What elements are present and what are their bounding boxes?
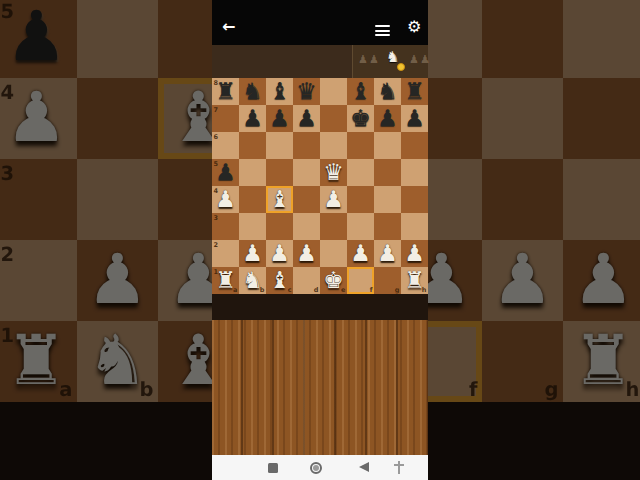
ghost-pawn-icon: ♟ xyxy=(409,54,419,65)
bg-square-h3 xyxy=(563,159,640,240)
ghost-pawn-icon: ♟ xyxy=(369,54,379,65)
square-e3[interactable] xyxy=(320,213,347,240)
white-bishop: ♝ xyxy=(266,186,293,213)
square-c6[interactable] xyxy=(266,132,293,159)
bg-square-h1: h♜ xyxy=(563,321,640,402)
square-e5[interactable]: ♛ xyxy=(320,159,347,186)
bg-white-pawn: ♟ xyxy=(482,240,563,321)
black-pawn: ♟ xyxy=(266,105,293,132)
white-pawn: ♟ xyxy=(239,240,266,267)
white-pawn: ♟ xyxy=(374,240,401,267)
square-d2[interactable]: ♟ xyxy=(293,240,320,267)
square-h1[interactable]: h♜ xyxy=(401,267,428,294)
black-bishop: ♝ xyxy=(347,78,374,105)
back-triangle-icon[interactable] xyxy=(359,462,369,472)
recents-square-icon[interactable] xyxy=(268,463,278,473)
bg-square-b5 xyxy=(77,0,158,78)
white-pawn: ♟ xyxy=(347,240,374,267)
square-f3[interactable] xyxy=(347,213,374,240)
back-arrow-icon[interactable]: ← xyxy=(222,19,235,35)
black-bishop: ♝ xyxy=(266,78,293,105)
white-pawn: ♟ xyxy=(212,186,239,213)
screenshot-stage: ← ⚙ lorenzo real (1000) 01:00 ♟ ♟ ♞ ♟ ♟ … xyxy=(0,0,640,480)
square-h5[interactable] xyxy=(401,159,428,186)
bg-square-b2: ♟ xyxy=(77,240,158,321)
square-d4[interactable] xyxy=(293,186,320,213)
ghost-pawn-icon: ♟ xyxy=(358,54,368,65)
phone-screen: ← ⚙ lorenzo real (1000) 01:00 ♟ ♟ ♞ ♟ ♟ … xyxy=(212,0,428,480)
bg-square-g2: ♟ xyxy=(482,240,563,321)
square-d7[interactable]: ♟ xyxy=(293,105,320,132)
square-g3[interactable] xyxy=(374,213,401,240)
captured-white-knight-icon: ♞ xyxy=(386,50,399,65)
bg-square-h5 xyxy=(563,0,640,78)
wood-background xyxy=(212,320,428,455)
white-knight: ♞ xyxy=(239,267,266,294)
square-a6[interactable]: 6 xyxy=(212,132,239,159)
square-b6[interactable] xyxy=(239,132,266,159)
bg-square-g4 xyxy=(482,78,563,159)
square-h4[interactable] xyxy=(401,186,428,213)
square-d6[interactable] xyxy=(293,132,320,159)
square-g1[interactable]: g xyxy=(374,267,401,294)
bg-square-b1: b♞ xyxy=(77,321,158,402)
white-pawn: ♟ xyxy=(266,240,293,267)
square-h8[interactable]: ♜ xyxy=(401,78,428,105)
cursor-nav-icon[interactable] xyxy=(394,461,404,474)
black-pawn: ♟ xyxy=(212,159,239,186)
bg-square-a1: 1a♜ xyxy=(0,321,77,402)
captured-pieces-tray: ♟ ♟ ♞ ♟ ♟ xyxy=(352,45,428,78)
square-c4[interactable]: ♝ xyxy=(266,186,293,213)
chess-board: 8♜♞♝♛♝♞♜7♟♟♟♚♟♟65♟♛4♟♝♟32♟♟♟♟♟♟1a♜b♞c♝de… xyxy=(212,78,428,294)
bg-square-b3 xyxy=(77,159,158,240)
black-rook: ♜ xyxy=(212,78,239,105)
black-pawn: ♟ xyxy=(374,105,401,132)
square-f2[interactable]: ♟ xyxy=(347,240,374,267)
black-knight: ♞ xyxy=(374,78,401,105)
square-f1[interactable]: f xyxy=(347,267,374,294)
square-g5[interactable] xyxy=(374,159,401,186)
square-e6[interactable] xyxy=(320,132,347,159)
bg-square-h4 xyxy=(563,78,640,159)
square-b5[interactable] xyxy=(239,159,266,186)
bg-square-b4 xyxy=(77,78,158,159)
material-badge xyxy=(397,63,405,71)
black-queen: ♛ xyxy=(293,78,320,105)
app-toolbar: ← ⚙ xyxy=(212,0,428,45)
black-rook: ♜ xyxy=(401,78,428,105)
square-h7[interactable]: ♟ xyxy=(401,105,428,132)
bg-square-a2: 2 xyxy=(0,240,77,321)
bg-white-pawn: ♟ xyxy=(563,240,640,321)
square-g2[interactable]: ♟ xyxy=(374,240,401,267)
white-pawn: ♟ xyxy=(320,186,347,213)
bg-square-a5: 5♟ xyxy=(0,0,77,78)
square-g6[interactable] xyxy=(374,132,401,159)
white-bishop: ♝ xyxy=(266,267,293,294)
black-pawn: ♟ xyxy=(401,105,428,132)
square-f7[interactable]: ♚ xyxy=(347,105,374,132)
ghost-pawn-icon: ♟ xyxy=(420,54,430,65)
bg-square-g3 xyxy=(482,159,563,240)
square-e7[interactable] xyxy=(320,105,347,132)
square-a1[interactable]: 1a♜ xyxy=(212,267,239,294)
android-nav-bar xyxy=(212,455,428,480)
bg-square-a4: 4♟ xyxy=(0,78,77,159)
square-c7[interactable]: ♟ xyxy=(266,105,293,132)
square-c1[interactable]: c♝ xyxy=(266,267,293,294)
square-e2[interactable] xyxy=(320,240,347,267)
white-rook: ♜ xyxy=(212,267,239,294)
player-info-bar: ____walker____ 00:5 xyxy=(212,294,428,320)
file-label: g xyxy=(395,286,400,294)
square-g7[interactable]: ♟ xyxy=(374,105,401,132)
square-d1[interactable]: d xyxy=(293,267,320,294)
square-a4[interactable]: 4♟ xyxy=(212,186,239,213)
white-pawn: ♟ xyxy=(401,240,428,267)
square-g8[interactable]: ♞ xyxy=(374,78,401,105)
bg-white-pawn: ♟ xyxy=(77,240,158,321)
black-pawn: ♟ xyxy=(239,105,266,132)
square-h6[interactable] xyxy=(401,132,428,159)
bg-square-g5 xyxy=(482,0,563,78)
square-c8[interactable]: ♝ xyxy=(266,78,293,105)
bg-square-a3: 3 xyxy=(0,159,77,240)
square-e8[interactable] xyxy=(320,78,347,105)
square-h3[interactable] xyxy=(401,213,428,240)
square-e4[interactable]: ♟ xyxy=(320,186,347,213)
square-a7[interactable]: 7 xyxy=(212,105,239,132)
square-b7[interactable]: ♟ xyxy=(239,105,266,132)
square-b1[interactable]: b♞ xyxy=(239,267,266,294)
square-f8[interactable]: ♝ xyxy=(347,78,374,105)
square-a8[interactable]: 8♜ xyxy=(212,78,239,105)
square-d3[interactable] xyxy=(293,213,320,240)
square-e1[interactable]: e♚ xyxy=(320,267,347,294)
black-pawn: ♟ xyxy=(293,105,320,132)
rank-label: 3 xyxy=(214,214,219,222)
bg-rank-label: 2 xyxy=(1,242,15,266)
square-g4[interactable] xyxy=(374,186,401,213)
white-king: ♚ xyxy=(320,267,347,294)
square-a3[interactable]: 3 xyxy=(212,213,239,240)
square-b3[interactable] xyxy=(239,213,266,240)
white-queen: ♛ xyxy=(320,159,347,186)
square-d8[interactable]: ♛ xyxy=(293,78,320,105)
white-pawn: ♟ xyxy=(293,240,320,267)
square-b2[interactable]: ♟ xyxy=(239,240,266,267)
square-c3[interactable] xyxy=(266,213,293,240)
square-a2[interactable]: 2 xyxy=(212,240,239,267)
file-label: f xyxy=(370,286,373,294)
bg-white-rook: ♜ xyxy=(0,321,77,402)
bg-white-rook: ♜ xyxy=(563,321,640,402)
file-label: d xyxy=(314,286,319,294)
square-f5[interactable] xyxy=(347,159,374,186)
bg-rank-label: 3 xyxy=(1,161,15,185)
square-c2[interactable]: ♟ xyxy=(266,240,293,267)
opponent-info-bar: lorenzo real (1000) 01:00 ♟ ♟ ♞ ♟ ♟ xyxy=(212,45,428,78)
move-list-icon[interactable] xyxy=(375,25,390,39)
bg-black-pawn: ♟ xyxy=(0,0,77,78)
rank-label: 2 xyxy=(214,241,219,249)
square-c5[interactable] xyxy=(266,159,293,186)
rank-label: 7 xyxy=(214,106,219,114)
square-a5[interactable]: 5♟ xyxy=(212,159,239,186)
square-b4[interactable] xyxy=(239,186,266,213)
white-rook: ♜ xyxy=(401,267,428,294)
bg-square-g1: g xyxy=(482,321,563,402)
square-f4[interactable] xyxy=(347,186,374,213)
bg-file-label: g xyxy=(545,377,559,401)
bg-file-label: f xyxy=(469,377,477,401)
square-d5[interactable] xyxy=(293,159,320,186)
rank-label: 6 xyxy=(214,133,219,141)
square-h2[interactable]: ♟ xyxy=(401,240,428,267)
bg-white-pawn: ♟ xyxy=(0,78,77,159)
black-king: ♚ xyxy=(347,105,374,132)
bg-square-h2: ♟ xyxy=(563,240,640,321)
black-knight: ♞ xyxy=(239,78,266,105)
square-f6[interactable] xyxy=(347,132,374,159)
bg-white-knight: ♞ xyxy=(77,321,158,402)
settings-gear-icon[interactable]: ⚙ xyxy=(407,19,421,35)
square-b8[interactable]: ♞ xyxy=(239,78,266,105)
home-circle-icon[interactable] xyxy=(310,462,322,474)
